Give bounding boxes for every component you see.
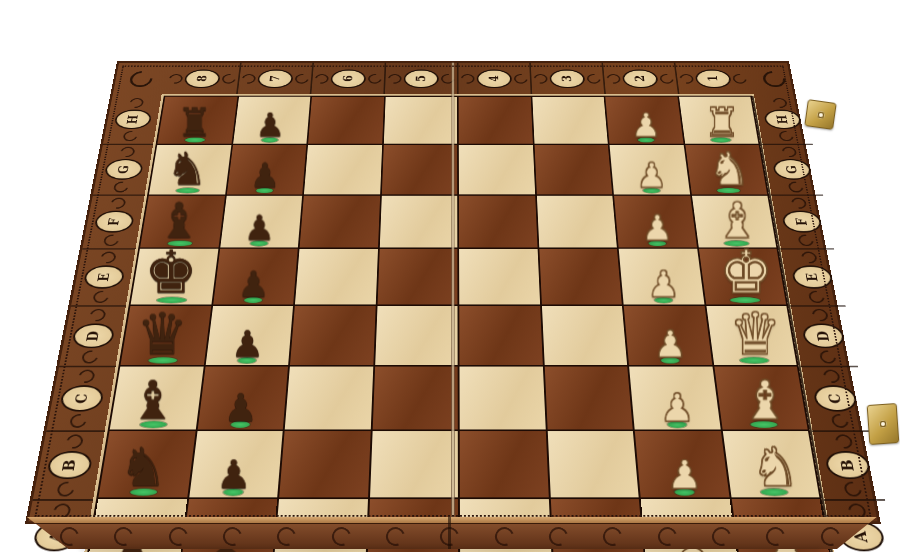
- carved-curl-icon: [274, 524, 299, 549]
- square-h3[interactable]: [532, 97, 608, 144]
- coordinate-label: E: [805, 273, 821, 282]
- piece-black-bishop-c8[interactable]: ♝: [110, 373, 195, 426]
- carved-curl-icon: [763, 524, 788, 549]
- frame-segment: H: [753, 96, 812, 144]
- coordinate-label: B: [839, 459, 857, 471]
- square-c2[interactable]: ♟: [629, 366, 720, 429]
- coordinate-label: 7: [269, 75, 282, 81]
- piece-black-pawn-b7[interactable]: ♟: [189, 456, 277, 495]
- square-d6[interactable]: [290, 306, 375, 365]
- piece-black-pawn-h7[interactable]: ♟: [233, 109, 307, 142]
- carved-curl-icon: [220, 524, 245, 549]
- coordinate-medallion: 2: [622, 69, 659, 88]
- coordinate-medallion: 1: [694, 69, 732, 88]
- frame-segment: 7: [236, 63, 312, 95]
- front-panel: [0, 517, 900, 549]
- square-f5[interactable]: [379, 195, 457, 247]
- carved-curl-icon: [111, 524, 136, 549]
- frame-segment: G: [93, 144, 154, 195]
- square-d3[interactable]: [542, 306, 628, 365]
- fold-seam: [451, 63, 455, 521]
- square-b3[interactable]: [547, 431, 638, 498]
- coordinate-medallion: 5: [404, 69, 439, 88]
- carved-curl-icon: [383, 524, 408, 549]
- square-g1[interactable]: ♞: [685, 145, 767, 194]
- piece-black-king-e8[interactable]: ♚: [131, 243, 211, 302]
- square-c5[interactable]: [372, 366, 458, 429]
- square-g8[interactable]: ♞: [149, 145, 231, 194]
- square-d2[interactable]: ♟: [624, 306, 712, 365]
- piece-white-king-e1[interactable]: ♚: [706, 243, 786, 302]
- square-h6[interactable]: [308, 97, 384, 144]
- carved-curl-icon: [166, 524, 191, 549]
- square-f3[interactable]: [536, 195, 616, 247]
- square-e2[interactable]: ♟: [619, 249, 704, 304]
- square-c7[interactable]: ♟: [197, 366, 288, 429]
- coordinate-label: D: [815, 331, 832, 341]
- large-brass-latch-icon: [867, 403, 900, 445]
- panel-fold-seam: [448, 517, 451, 549]
- coordinate-label: E: [96, 273, 112, 282]
- coordinate-label: C: [74, 393, 91, 403]
- frame-segment: H: [103, 96, 162, 144]
- square-d8[interactable]: ♛: [121, 306, 211, 365]
- square-c4[interactable]: [459, 366, 545, 429]
- carved-curl-icon: [818, 524, 843, 549]
- square-f6[interactable]: [300, 195, 380, 247]
- coordinate-label: F: [794, 218, 809, 226]
- square-c3[interactable]: [544, 366, 632, 429]
- carved-curl-icon: [329, 524, 354, 549]
- square-d5[interactable]: [375, 306, 458, 365]
- frame-segment: C: [800, 366, 871, 431]
- square-f4[interactable]: [459, 195, 537, 247]
- square-h1[interactable]: ♜: [679, 97, 759, 144]
- coordinate-medallion: E: [82, 265, 125, 288]
- frame-segment: 1: [674, 63, 752, 95]
- square-e4[interactable]: [459, 249, 540, 304]
- rank-labels-top: 87654321: [164, 63, 752, 96]
- coordinate-medallion: B: [46, 451, 94, 479]
- coordinate-label: 1: [706, 75, 720, 81]
- coordinate-medallion: 3: [549, 69, 585, 88]
- frame-segment: 8: [164, 63, 240, 95]
- coordinate-medallion: 6: [330, 69, 366, 88]
- square-d1[interactable]: ♛: [706, 306, 797, 365]
- square-h8[interactable]: ♜: [157, 97, 237, 144]
- frame-segment: E: [71, 248, 136, 305]
- coordinate-label: H: [775, 115, 790, 124]
- square-c1[interactable]: ♝: [714, 366, 808, 429]
- chess-board: 87654321 HGFEDCBA ♜♟♟♜♞♟♟♞♝♟♟♝♚♟♟♚♛♟♟♛♝♟…: [25, 61, 881, 524]
- frame-segment: B: [33, 430, 106, 499]
- spiral-motif-icon: [759, 68, 790, 90]
- piece-white-pawn-d2[interactable]: ♟: [629, 326, 712, 363]
- square-c6[interactable]: [285, 366, 373, 429]
- piece-white-bishop-c1[interactable]: ♝: [722, 373, 807, 426]
- square-d7[interactable]: ♟: [205, 306, 293, 365]
- frame-segment: 5: [383, 63, 457, 95]
- square-g5[interactable]: [381, 145, 457, 194]
- square-g3[interactable]: [534, 145, 612, 194]
- coordinate-label: G: [785, 165, 800, 174]
- coordinate-medallion: C: [59, 385, 105, 411]
- frame-segment: C: [46, 366, 116, 431]
- coordinate-medallion: F: [781, 211, 823, 233]
- coordinate-medallion: 7: [257, 69, 294, 88]
- square-e3[interactable]: [539, 249, 622, 304]
- square-b8[interactable]: ♞: [98, 431, 195, 498]
- square-e8[interactable]: ♚: [131, 249, 218, 304]
- piece-white-pawn-f2[interactable]: ♟: [618, 211, 696, 246]
- carved-curl-icon: [600, 524, 625, 549]
- square-g7[interactable]: ♟: [226, 145, 306, 194]
- coordinate-label: D: [85, 331, 102, 341]
- carved-curl-icon: [492, 524, 517, 549]
- coordinate-label: 4: [488, 75, 501, 81]
- piece-black-pawn-f7[interactable]: ♟: [220, 211, 298, 246]
- frame-corner-top-left: [113, 63, 170, 96]
- square-f2[interactable]: ♟: [614, 195, 697, 247]
- piece-white-pawn-h2[interactable]: ♟: [609, 109, 683, 142]
- square-b2[interactable]: ♟: [635, 431, 729, 498]
- square-g4[interactable]: [459, 145, 535, 194]
- coordinate-medallion: D: [801, 323, 846, 348]
- piece-black-knight-b8[interactable]: ♞: [99, 442, 187, 495]
- small-brass-latch-icon: [804, 99, 836, 130]
- coordinate-label: 2: [633, 75, 646, 81]
- coordinate-medallion: 4: [477, 69, 512, 88]
- coordinate-medallion: C: [812, 385, 858, 411]
- coordinate-medallion: H: [113, 110, 152, 130]
- coordinate-medallion: E: [791, 265, 834, 288]
- square-e6[interactable]: [295, 249, 378, 304]
- piece-white-knight-b1[interactable]: ♞: [731, 442, 819, 495]
- coordinate-label: C: [827, 393, 844, 403]
- square-d4[interactable]: [459, 306, 542, 365]
- piece-black-pawn-d7[interactable]: ♟: [206, 326, 289, 363]
- square-h2[interactable]: ♟: [605, 97, 683, 144]
- drop-shadow: [80, 548, 820, 551]
- piece-white-queen-d1[interactable]: ♛: [713, 305, 796, 362]
- coordinate-medallion: G: [772, 159, 813, 180]
- frame-segment: 3: [529, 63, 604, 95]
- coordinate-medallion: D: [71, 323, 116, 348]
- piece-black-pawn-e7[interactable]: ♟: [213, 266, 293, 302]
- coordinate-label: 3: [561, 75, 574, 81]
- piece-black-pawn-c7[interactable]: ♟: [198, 388, 283, 426]
- chess-set-photo: 87654321 HGFEDCBA ♜♟♟♜♞♟♟♞♝♟♟♝♚♟♟♚♛♟♟♛♝♟…: [0, 0, 900, 552]
- piece-white-pawn-g2[interactable]: ♟: [614, 158, 690, 192]
- coordinate-medallion: B: [824, 451, 872, 479]
- piece-black-queen-d8[interactable]: ♛: [121, 305, 204, 362]
- coordinate-label: G: [116, 165, 131, 174]
- frame-segment: 2: [602, 63, 678, 95]
- piece-white-rook-h1[interactable]: ♜: [685, 102, 759, 141]
- frame-segment: D: [59, 305, 127, 366]
- square-h4[interactable]: [459, 97, 533, 144]
- square-e1[interactable]: ♚: [699, 249, 787, 304]
- piece-black-pawn-g7[interactable]: ♟: [227, 158, 303, 192]
- piece-white-pawn-e2[interactable]: ♟: [623, 266, 703, 302]
- coordinate-label: B: [61, 459, 79, 471]
- square-h5[interactable]: [383, 97, 457, 144]
- coordinate-label: F: [107, 218, 122, 226]
- coordinate-label: 6: [342, 75, 355, 81]
- frame-segment: F: [771, 194, 834, 248]
- square-h7[interactable]: ♟: [233, 97, 311, 144]
- square-e5[interactable]: [377, 249, 457, 304]
- carved-curl-icon: [655, 524, 680, 549]
- square-g2[interactable]: ♟: [610, 145, 690, 194]
- square-b6[interactable]: [279, 431, 370, 498]
- square-c8[interactable]: ♝: [110, 366, 203, 429]
- spiral-motif-icon: [125, 68, 157, 90]
- carved-curl-icon: [546, 524, 571, 549]
- frame-segment: G: [762, 144, 823, 195]
- piece-white-pawn-c2[interactable]: ♟: [634, 388, 719, 426]
- frame-corner-top-right: [746, 63, 803, 96]
- coordinate-medallion: H: [763, 110, 802, 130]
- coordinate-label: 8: [196, 75, 210, 81]
- square-b1[interactable]: ♞: [722, 431, 819, 498]
- square-e7[interactable]: ♟: [213, 249, 298, 304]
- frame-segment: 4: [457, 63, 531, 95]
- piece-white-knight-g1[interactable]: ♞: [691, 146, 767, 192]
- square-g6[interactable]: [304, 145, 382, 194]
- square-b4[interactable]: [460, 431, 549, 498]
- piece-white-pawn-b2[interactable]: ♟: [640, 456, 728, 495]
- square-b5[interactable]: [370, 431, 458, 498]
- coordinate-label: H: [126, 115, 141, 124]
- frame-segment: D: [790, 305, 858, 366]
- carved-curl-icon: [709, 524, 734, 549]
- coordinate-label: 5: [415, 75, 428, 81]
- play-area: ♜♟♟♜♞♟♟♞♝♟♟♝♚♟♟♚♛♟♟♛♝♟♟♝♞♟♟♞♜♟♟♜: [84, 96, 835, 552]
- coordinate-medallion: 8: [183, 69, 221, 88]
- piece-black-rook-h8[interactable]: ♜: [158, 102, 232, 141]
- square-b7[interactable]: ♟: [189, 431, 283, 498]
- coordinate-medallion: G: [104, 159, 145, 180]
- frame-segment: E: [780, 248, 846, 305]
- frame-segment: 6: [310, 63, 385, 95]
- coordinate-medallion: F: [93, 211, 135, 233]
- frame-segment: F: [82, 194, 145, 248]
- piece-black-knight-g8[interactable]: ♞: [149, 146, 225, 192]
- square-f7[interactable]: ♟: [220, 195, 302, 247]
